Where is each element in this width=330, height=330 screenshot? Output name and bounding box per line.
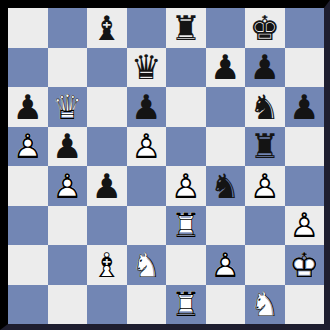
square-b5[interactable]: ♟ (48, 127, 88, 167)
square-c1[interactable] (87, 285, 127, 325)
square-h1[interactable] (285, 285, 325, 325)
square-c5[interactable] (87, 127, 127, 167)
piece-outline-layer: ♙ (8, 127, 48, 167)
white-rook-piece-e1[interactable]: ♜♖ (166, 285, 206, 325)
square-g5[interactable]: ♜ (245, 127, 285, 167)
piece-glyph: ♟ (87, 166, 127, 206)
piece-glyph: ♛ (127, 48, 167, 88)
white-pawn-piece-d5[interactable]: ♟♙ (127, 127, 167, 167)
square-b4[interactable]: ♟♙ (48, 166, 88, 206)
square-g3[interactable] (245, 206, 285, 246)
piece-outline-layer: ♖ (166, 206, 206, 246)
square-f2[interactable]: ♟♙ (206, 245, 246, 285)
square-h3[interactable]: ♟♙ (285, 206, 325, 246)
black-bishop-piece-c8[interactable]: ♝ (87, 8, 127, 48)
piece-glyph: ♟ (206, 48, 246, 88)
square-b1[interactable] (48, 285, 88, 325)
square-h6[interactable]: ♟ (285, 87, 325, 127)
piece-outline-layer: ♙ (48, 166, 88, 206)
black-pawn-piece-a6[interactable]: ♟ (8, 87, 48, 127)
square-h7[interactable] (285, 48, 325, 88)
square-g7[interactable]: ♟ (245, 48, 285, 88)
square-d5[interactable]: ♟♙ (127, 127, 167, 167)
square-a2[interactable] (8, 245, 48, 285)
black-knight-piece-g6[interactable]: ♞ (245, 87, 285, 127)
white-knight-piece-d2[interactable]: ♞♘ (127, 245, 167, 285)
square-c8[interactable]: ♝ (87, 8, 127, 48)
white-pawn-piece-a5[interactable]: ♟♙ (8, 127, 48, 167)
white-queen-piece-b6[interactable]: ♛♕ (48, 87, 88, 127)
piece-glyph: ♜ (245, 127, 285, 167)
square-a4[interactable] (8, 166, 48, 206)
square-f4[interactable]: ♞ (206, 166, 246, 206)
square-e4[interactable]: ♟♙ (166, 166, 206, 206)
piece-outline-layer: ♙ (127, 127, 167, 167)
square-e8[interactable]: ♜ (166, 8, 206, 48)
piece-outline-layer: ♕ (48, 87, 88, 127)
piece-outline-layer: ♘ (127, 245, 167, 285)
square-d4[interactable] (127, 166, 167, 206)
white-rook-piece-e3[interactable]: ♜♖ (166, 206, 206, 246)
piece-glyph: ♟ (127, 87, 167, 127)
black-king-piece-g8[interactable]: ♚ (245, 8, 285, 48)
square-e7[interactable] (166, 48, 206, 88)
square-f1[interactable] (206, 285, 246, 325)
square-f7[interactable]: ♟ (206, 48, 246, 88)
square-c4[interactable]: ♟ (87, 166, 127, 206)
black-pawn-piece-h6[interactable]: ♟ (285, 87, 325, 127)
piece-outline-layer: ♙ (206, 245, 246, 285)
square-c2[interactable]: ♝♗ (87, 245, 127, 285)
square-f3[interactable] (206, 206, 246, 246)
piece-outline-layer: ♘ (245, 285, 285, 325)
piece-outline-layer: ♙ (166, 166, 206, 206)
chess-board: ♝♜♚♛♟♟♟♛♕♟♞♟♟♙♟♟♙♜♟♙♟♟♙♞♟♙♜♖♟♙♝♗♞♘♟♙♚♔♜♖… (0, 0, 330, 330)
square-d1[interactable] (127, 285, 167, 325)
square-h2[interactable]: ♚♔ (285, 245, 325, 285)
piece-glyph: ♚ (245, 8, 285, 48)
square-c7[interactable] (87, 48, 127, 88)
square-a7[interactable] (8, 48, 48, 88)
square-d7[interactable]: ♛ (127, 48, 167, 88)
square-g1[interactable]: ♞♘ (245, 285, 285, 325)
square-a5[interactable]: ♟♙ (8, 127, 48, 167)
square-f6[interactable] (206, 87, 246, 127)
piece-outline-layer: ♖ (166, 285, 206, 325)
square-f8[interactable] (206, 8, 246, 48)
black-pawn-piece-f7[interactable]: ♟ (206, 48, 246, 88)
square-a8[interactable] (8, 8, 48, 48)
white-pawn-piece-g4[interactable]: ♟♙ (245, 166, 285, 206)
piece-glyph: ♞ (245, 87, 285, 127)
black-rook-piece-g5[interactable]: ♜ (245, 127, 285, 167)
piece-glyph: ♝ (87, 8, 127, 48)
black-queen-piece-d7[interactable]: ♛ (127, 48, 167, 88)
square-b7[interactable] (48, 48, 88, 88)
square-a3[interactable] (8, 206, 48, 246)
square-a6[interactable]: ♟ (8, 87, 48, 127)
black-pawn-piece-g7[interactable]: ♟ (245, 48, 285, 88)
square-e5[interactable] (166, 127, 206, 167)
piece-glyph: ♟ (245, 48, 285, 88)
black-pawn-piece-c4[interactable]: ♟ (87, 166, 127, 206)
black-rook-piece-e8[interactable]: ♜ (166, 8, 206, 48)
piece-glyph: ♟ (48, 127, 88, 167)
white-pawn-piece-f2[interactable]: ♟♙ (206, 245, 246, 285)
square-d6[interactable]: ♟ (127, 87, 167, 127)
square-f5[interactable] (206, 127, 246, 167)
black-pawn-piece-b5[interactable]: ♟ (48, 127, 88, 167)
square-g2[interactable] (245, 245, 285, 285)
square-e1[interactable]: ♜♖ (166, 285, 206, 325)
square-e3[interactable]: ♜♖ (166, 206, 206, 246)
chess-board-frame: ♝♜♚♛♟♟♟♛♕♟♞♟♟♙♟♟♙♜♟♙♟♟♙♞♟♙♜♖♟♙♝♗♞♘♟♙♚♔♜♖… (0, 0, 330, 330)
square-c6[interactable] (87, 87, 127, 127)
square-b8[interactable] (48, 8, 88, 48)
square-g6[interactable]: ♞ (245, 87, 285, 127)
square-g8[interactable]: ♚ (245, 8, 285, 48)
square-e2[interactable] (166, 245, 206, 285)
piece-glyph: ♟ (285, 87, 325, 127)
white-pawn-piece-b4[interactable]: ♟♙ (48, 166, 88, 206)
white-bishop-piece-c2[interactable]: ♝♗ (87, 245, 127, 285)
piece-glyph: ♜ (166, 8, 206, 48)
square-c3[interactable] (87, 206, 127, 246)
square-d3[interactable] (127, 206, 167, 246)
square-d8[interactable] (127, 8, 167, 48)
square-b6[interactable]: ♛♕ (48, 87, 88, 127)
square-a1[interactable] (8, 285, 48, 325)
piece-outline-layer: ♙ (285, 206, 325, 246)
square-b2[interactable] (48, 245, 88, 285)
square-b3[interactable] (48, 206, 88, 246)
piece-outline-layer: ♗ (87, 245, 127, 285)
square-e6[interactable] (166, 87, 206, 127)
piece-outline-layer: ♙ (245, 166, 285, 206)
square-h8[interactable] (285, 8, 325, 48)
white-pawn-piece-e4[interactable]: ♟♙ (166, 166, 206, 206)
white-pawn-piece-h3[interactable]: ♟♙ (285, 206, 325, 246)
piece-outline-layer: ♔ (285, 245, 325, 285)
piece-glyph: ♞ (206, 166, 246, 206)
square-g4[interactable]: ♟♙ (245, 166, 285, 206)
piece-glyph: ♟ (8, 87, 48, 127)
white-knight-piece-g1[interactable]: ♞♘ (245, 285, 285, 325)
white-king-piece-h2[interactable]: ♚♔ (285, 245, 325, 285)
square-h4[interactable] (285, 166, 325, 206)
square-h5[interactable] (285, 127, 325, 167)
black-knight-piece-f4[interactable]: ♞ (206, 166, 246, 206)
square-d2[interactable]: ♞♘ (127, 245, 167, 285)
black-pawn-piece-d6[interactable]: ♟ (127, 87, 167, 127)
